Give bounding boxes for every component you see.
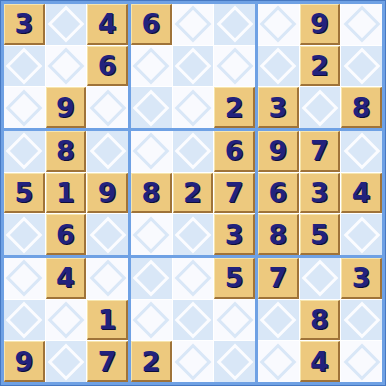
cell-r8c9[interactable] xyxy=(341,300,382,341)
cell-r2c7[interactable] xyxy=(258,46,299,87)
cell-r6c3[interactable] xyxy=(87,214,128,255)
diamond-pattern xyxy=(48,302,85,339)
box-1-2: 62 xyxy=(131,4,255,128)
diamond-pattern xyxy=(216,6,253,43)
diamond-pattern xyxy=(260,6,297,43)
cell-r2c6[interactable] xyxy=(214,46,255,87)
box-1-1: 3469 xyxy=(4,4,128,128)
cell-r3c9[interactable]: 8 xyxy=(341,87,382,128)
diamond-pattern xyxy=(216,343,253,380)
diamond-pattern xyxy=(48,6,85,43)
box-3-2: 52 xyxy=(131,258,255,382)
given-digit: 7 xyxy=(268,264,287,291)
diamond-pattern xyxy=(6,48,43,85)
given-digit: 4 xyxy=(56,264,75,291)
given-digit: 1 xyxy=(98,306,117,333)
diamond-pattern xyxy=(343,216,380,253)
diamond-pattern xyxy=(89,133,126,170)
given-digit: 6 xyxy=(225,137,244,164)
given-digit: 2 xyxy=(141,348,160,375)
diamond-pattern xyxy=(175,133,212,170)
diamond-pattern xyxy=(133,133,170,170)
cell-r7c3[interactable] xyxy=(87,258,128,299)
given-digit: 3 xyxy=(310,179,329,206)
cell-r8c4[interactable] xyxy=(131,300,172,341)
cell-r1c3[interactable]: 4 xyxy=(87,4,128,45)
given-digit: 3 xyxy=(268,94,287,121)
cell-r3c2[interactable]: 9 xyxy=(46,87,87,128)
cell-r9c6[interactable] xyxy=(214,341,255,382)
diamond-pattern xyxy=(6,89,43,126)
cell-r8c7[interactable] xyxy=(258,300,299,341)
given-digit: 8 xyxy=(352,94,371,121)
diamond-pattern xyxy=(133,48,170,85)
cell-r1c9[interactable] xyxy=(341,4,382,45)
diamond-pattern xyxy=(302,260,339,297)
diamond-pattern xyxy=(260,48,297,85)
cell-r5c7[interactable]: 6 xyxy=(258,173,299,214)
box-1-3: 9238 xyxy=(258,4,382,128)
diamond-pattern xyxy=(175,89,212,126)
cell-r7c9[interactable]: 3 xyxy=(341,258,382,299)
cell-r5c5[interactable]: 2 xyxy=(173,173,214,214)
cell-r7c2[interactable]: 4 xyxy=(46,258,87,299)
diamond-pattern xyxy=(6,260,43,297)
given-digit: 9 xyxy=(268,137,287,164)
cell-r1c5[interactable] xyxy=(173,4,214,45)
cell-r8c2[interactable] xyxy=(46,300,87,341)
box-2-1: 85196 xyxy=(4,131,128,255)
cell-r7c6[interactable]: 5 xyxy=(214,258,255,299)
diamond-pattern xyxy=(175,216,212,253)
diamond-pattern xyxy=(260,343,297,380)
cell-r9c2[interactable] xyxy=(46,341,87,382)
cell-r6c5[interactable] xyxy=(173,214,214,255)
cell-r5c1[interactable]: 5 xyxy=(4,173,45,214)
given-digit: 4 xyxy=(352,179,371,206)
cell-r3c8[interactable] xyxy=(300,87,341,128)
given-digit: 2 xyxy=(183,179,202,206)
given-digit: 8 xyxy=(141,179,160,206)
cell-r9c8[interactable]: 4 xyxy=(300,341,341,382)
diamond-pattern xyxy=(343,6,380,43)
cell-r9c4[interactable]: 2 xyxy=(131,341,172,382)
cell-r8c8[interactable]: 8 xyxy=(300,300,341,341)
given-digit: 6 xyxy=(56,221,75,248)
cell-r4c7[interactable]: 9 xyxy=(258,131,299,172)
diamond-pattern xyxy=(216,302,253,339)
given-digit: 7 xyxy=(225,179,244,206)
given-digit: 8 xyxy=(268,221,287,248)
cell-r2c9[interactable] xyxy=(341,46,382,87)
cell-r2c1[interactable] xyxy=(4,46,45,87)
given-digit: 5 xyxy=(225,264,244,291)
diamond-pattern xyxy=(216,48,253,85)
cell-r9c1[interactable]: 9 xyxy=(4,341,45,382)
diamond-pattern xyxy=(48,48,85,85)
cell-r7c7[interactable]: 7 xyxy=(258,258,299,299)
cell-r1c4[interactable]: 6 xyxy=(131,4,172,45)
given-digit: 6 xyxy=(98,52,117,79)
cell-r6c6[interactable]: 3 xyxy=(214,214,255,255)
box-3-1: 4197 xyxy=(4,258,128,382)
cell-r5c3[interactable]: 9 xyxy=(87,173,128,214)
cell-r2c8[interactable]: 2 xyxy=(300,46,341,87)
diamond-pattern xyxy=(343,302,380,339)
cell-r1c7[interactable] xyxy=(258,4,299,45)
given-digit: 9 xyxy=(310,10,329,37)
given-digit: 9 xyxy=(56,94,75,121)
diamond-pattern xyxy=(89,260,126,297)
cell-r1c8[interactable]: 9 xyxy=(300,4,341,45)
cell-r1c6[interactable] xyxy=(214,4,255,45)
diamond-pattern xyxy=(175,260,212,297)
cell-r6c7[interactable]: 8 xyxy=(258,214,299,255)
cell-r6c4[interactable] xyxy=(131,214,172,255)
sudoku-board: 3469629238851966827397634854197527384 xyxy=(0,0,386,386)
cell-r6c9[interactable] xyxy=(341,214,382,255)
cell-r3c7[interactable]: 3 xyxy=(258,87,299,128)
diamond-pattern xyxy=(260,302,297,339)
cell-r2c5[interactable] xyxy=(173,46,214,87)
cell-r8c1[interactable] xyxy=(4,300,45,341)
given-digit: 2 xyxy=(225,94,244,121)
diamond-pattern xyxy=(89,216,126,253)
diamond-pattern xyxy=(175,6,212,43)
given-digit: 8 xyxy=(56,137,75,164)
cell-r3c1[interactable] xyxy=(4,87,45,128)
diamond-pattern xyxy=(302,89,339,126)
cell-r5c6[interactable]: 7 xyxy=(214,173,255,214)
cell-r3c4[interactable] xyxy=(131,87,172,128)
given-digit: 2 xyxy=(310,52,329,79)
cell-r9c9[interactable] xyxy=(341,341,382,382)
given-digit: 1 xyxy=(56,179,75,206)
diamond-pattern xyxy=(343,48,380,85)
given-digit: 9 xyxy=(98,179,117,206)
sudoku-grid: 3469629238851966827397634854197527384 xyxy=(4,4,382,382)
box-2-2: 68273 xyxy=(131,131,255,255)
given-digit: 6 xyxy=(268,179,287,206)
diamond-pattern xyxy=(175,48,212,85)
cell-r4c8[interactable]: 7 xyxy=(300,131,341,172)
diamond-pattern xyxy=(343,133,380,170)
cell-r4c3[interactable] xyxy=(87,131,128,172)
given-digit: 6 xyxy=(141,10,160,37)
cell-r4c1[interactable] xyxy=(4,131,45,172)
cell-r6c8[interactable]: 5 xyxy=(300,214,341,255)
cell-r4c2[interactable]: 8 xyxy=(46,131,87,172)
box-2-3: 9763485 xyxy=(258,131,382,255)
cell-r1c1[interactable]: 3 xyxy=(4,4,45,45)
diamond-pattern xyxy=(343,343,380,380)
cell-r7c5[interactable] xyxy=(173,258,214,299)
diamond-pattern xyxy=(89,89,126,126)
cell-r5c9[interactable]: 4 xyxy=(341,173,382,214)
diamond-pattern xyxy=(6,133,43,170)
cell-r3c5[interactable] xyxy=(173,87,214,128)
given-digit: 5 xyxy=(14,179,33,206)
given-digit: 4 xyxy=(98,10,117,37)
cell-r3c6[interactable]: 2 xyxy=(214,87,255,128)
cell-r4c4[interactable] xyxy=(131,131,172,172)
given-digit: 3 xyxy=(14,10,33,37)
given-digit: 4 xyxy=(310,348,329,375)
diamond-pattern xyxy=(175,343,212,380)
cell-r4c9[interactable] xyxy=(341,131,382,172)
cell-r9c3[interactable]: 7 xyxy=(87,341,128,382)
cell-r8c5[interactable] xyxy=(173,300,214,341)
cell-r6c1[interactable] xyxy=(4,214,45,255)
cell-r8c6[interactable] xyxy=(214,300,255,341)
cell-r2c2[interactable] xyxy=(46,46,87,87)
given-digit: 9 xyxy=(14,348,33,375)
cell-r9c5[interactable] xyxy=(173,341,214,382)
cell-r5c8[interactable]: 3 xyxy=(300,173,341,214)
diamond-pattern xyxy=(133,216,170,253)
cell-r9c7[interactable] xyxy=(258,341,299,382)
cell-r8c3[interactable]: 1 xyxy=(87,300,128,341)
diamond-pattern xyxy=(133,260,170,297)
diamond-pattern xyxy=(133,302,170,339)
given-digit: 3 xyxy=(225,221,244,248)
given-digit: 5 xyxy=(310,221,329,248)
diamond-pattern xyxy=(48,343,85,380)
diamond-pattern xyxy=(6,216,43,253)
cell-r7c4[interactable] xyxy=(131,258,172,299)
given-digit: 8 xyxy=(310,306,329,333)
cell-r2c4[interactable] xyxy=(131,46,172,87)
diamond-pattern xyxy=(133,89,170,126)
cell-r7c8[interactable] xyxy=(300,258,341,299)
cell-r3c3[interactable] xyxy=(87,87,128,128)
cell-r4c5[interactable] xyxy=(173,131,214,172)
diamond-pattern xyxy=(6,302,43,339)
cell-r2c3[interactable]: 6 xyxy=(87,46,128,87)
given-digit: 3 xyxy=(352,264,371,291)
box-3-3: 7384 xyxy=(258,258,382,382)
cell-r6c2[interactable]: 6 xyxy=(46,214,87,255)
diamond-pattern xyxy=(175,302,212,339)
cell-r1c2[interactable] xyxy=(46,4,87,45)
given-digit: 7 xyxy=(310,137,329,164)
cell-r7c1[interactable] xyxy=(4,258,45,299)
given-digit: 7 xyxy=(98,348,117,375)
cell-r5c4[interactable]: 8 xyxy=(131,173,172,214)
cell-r4c6[interactable]: 6 xyxy=(214,131,255,172)
cell-r5c2[interactable]: 1 xyxy=(46,173,87,214)
